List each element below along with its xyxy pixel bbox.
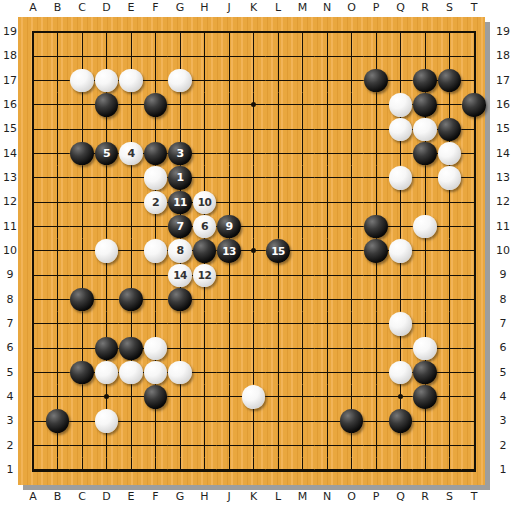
intersection-T6[interactable]	[462, 336, 487, 360]
intersection-C2[interactable]	[70, 433, 95, 457]
intersection-K19[interactable]	[241, 20, 266, 44]
intersection-D18[interactable]	[94, 44, 119, 68]
intersection-K4[interactable]	[241, 385, 266, 409]
intersection-E19[interactable]	[119, 20, 144, 44]
intersection-S10[interactable]	[437, 239, 462, 263]
intersection-B5[interactable]	[45, 360, 70, 384]
intersection-C15[interactable]	[70, 117, 95, 141]
intersection-O17[interactable]	[339, 68, 364, 92]
intersection-K15[interactable]	[241, 117, 266, 141]
intersection-K13[interactable]	[241, 166, 266, 190]
intersection-S5[interactable]	[437, 360, 462, 384]
intersection-S2[interactable]	[437, 433, 462, 457]
intersection-L14[interactable]	[266, 141, 291, 165]
intersection-L4[interactable]	[266, 385, 291, 409]
intersection-N16[interactable]	[315, 93, 340, 117]
intersection-F1[interactable]	[143, 458, 168, 482]
intersection-O9[interactable]	[339, 263, 364, 287]
intersection-B13[interactable]	[45, 166, 70, 190]
intersection-R12[interactable]	[413, 190, 438, 214]
intersection-C10[interactable]	[70, 239, 95, 263]
intersection-P19[interactable]	[364, 20, 389, 44]
intersection-R7[interactable]	[413, 312, 438, 336]
intersection-K11[interactable]	[241, 214, 266, 238]
intersection-J3[interactable]	[217, 409, 242, 433]
intersection-A13[interactable]	[21, 166, 46, 190]
intersection-O19[interactable]	[339, 20, 364, 44]
intersection-E13[interactable]	[119, 166, 144, 190]
intersection-T2[interactable]	[462, 433, 487, 457]
intersection-E12[interactable]	[119, 190, 144, 214]
intersection-O18[interactable]	[339, 44, 364, 68]
intersection-Q6[interactable]	[388, 336, 413, 360]
intersection-T4[interactable]	[462, 385, 487, 409]
intersection-A3[interactable]	[21, 409, 46, 433]
intersection-D12[interactable]	[94, 190, 119, 214]
intersection-N13[interactable]	[315, 166, 340, 190]
intersection-R5[interactable]	[413, 360, 438, 384]
intersection-R8[interactable]	[413, 287, 438, 311]
intersection-J17[interactable]	[217, 68, 242, 92]
intersection-F14[interactable]	[143, 141, 168, 165]
intersection-D2[interactable]	[94, 433, 119, 457]
intersection-B18[interactable]	[45, 44, 70, 68]
intersection-R15[interactable]	[413, 117, 438, 141]
intersection-D9[interactable]	[94, 263, 119, 287]
intersection-D5[interactable]	[94, 360, 119, 384]
intersection-N3[interactable]	[315, 409, 340, 433]
intersection-M1[interactable]	[290, 458, 315, 482]
intersection-J14[interactable]	[217, 141, 242, 165]
intersection-L3[interactable]	[266, 409, 291, 433]
intersection-O11[interactable]	[339, 214, 364, 238]
intersection-F15[interactable]	[143, 117, 168, 141]
intersection-Q13[interactable]	[388, 166, 413, 190]
intersection-G2[interactable]	[168, 433, 193, 457]
intersection-P8[interactable]	[364, 287, 389, 311]
intersection-K5[interactable]	[241, 360, 266, 384]
intersection-A10[interactable]	[21, 239, 46, 263]
intersection-L6[interactable]	[266, 336, 291, 360]
intersection-R4[interactable]	[413, 385, 438, 409]
intersection-H13[interactable]	[192, 166, 217, 190]
intersection-G16[interactable]	[168, 93, 193, 117]
intersection-P11[interactable]	[364, 214, 389, 238]
intersection-A5[interactable]	[21, 360, 46, 384]
intersection-B1[interactable]	[45, 458, 70, 482]
intersection-T1[interactable]	[462, 458, 487, 482]
intersection-H4[interactable]	[192, 385, 217, 409]
intersection-P1[interactable]	[364, 458, 389, 482]
intersection-C17[interactable]	[70, 68, 95, 92]
intersection-O14[interactable]	[339, 141, 364, 165]
intersection-C18[interactable]	[70, 44, 95, 68]
intersection-H6[interactable]	[192, 336, 217, 360]
intersection-J11[interactable]: 9	[217, 214, 242, 238]
intersection-Q5[interactable]	[388, 360, 413, 384]
intersection-C14[interactable]	[70, 141, 95, 165]
intersection-H3[interactable]	[192, 409, 217, 433]
intersection-F9[interactable]	[143, 263, 168, 287]
intersection-A15[interactable]	[21, 117, 46, 141]
intersection-C6[interactable]	[70, 336, 95, 360]
intersection-N17[interactable]	[315, 68, 340, 92]
intersection-C9[interactable]	[70, 263, 95, 287]
intersection-L7[interactable]	[266, 312, 291, 336]
intersection-A11[interactable]	[21, 214, 46, 238]
intersection-T12[interactable]	[462, 190, 487, 214]
intersection-P14[interactable]	[364, 141, 389, 165]
intersection-N8[interactable]	[315, 287, 340, 311]
intersection-N18[interactable]	[315, 44, 340, 68]
intersection-K1[interactable]	[241, 458, 266, 482]
intersection-A14[interactable]	[21, 141, 46, 165]
intersection-B12[interactable]	[45, 190, 70, 214]
intersection-J15[interactable]	[217, 117, 242, 141]
intersection-B10[interactable]	[45, 239, 70, 263]
intersection-G14[interactable]: 3	[168, 141, 193, 165]
intersection-S7[interactable]	[437, 312, 462, 336]
intersection-J16[interactable]	[217, 93, 242, 117]
intersection-O7[interactable]	[339, 312, 364, 336]
intersection-H8[interactable]	[192, 287, 217, 311]
intersection-E8[interactable]	[119, 287, 144, 311]
intersection-T3[interactable]	[462, 409, 487, 433]
intersection-H5[interactable]	[192, 360, 217, 384]
intersection-R9[interactable]	[413, 263, 438, 287]
intersection-N7[interactable]	[315, 312, 340, 336]
intersection-F19[interactable]	[143, 20, 168, 44]
intersection-E6[interactable]	[119, 336, 144, 360]
intersection-S17[interactable]	[437, 68, 462, 92]
intersection-K3[interactable]	[241, 409, 266, 433]
intersection-G8[interactable]	[168, 287, 193, 311]
intersection-Q19[interactable]	[388, 20, 413, 44]
intersection-Q1[interactable]	[388, 458, 413, 482]
intersection-C3[interactable]	[70, 409, 95, 433]
intersection-T7[interactable]	[462, 312, 487, 336]
intersection-D7[interactable]	[94, 312, 119, 336]
intersection-F16[interactable]	[143, 93, 168, 117]
intersection-K9[interactable]	[241, 263, 266, 287]
intersection-H2[interactable]	[192, 433, 217, 457]
intersection-M12[interactable]	[290, 190, 315, 214]
intersection-A6[interactable]	[21, 336, 46, 360]
intersection-S15[interactable]	[437, 117, 462, 141]
intersection-C16[interactable]	[70, 93, 95, 117]
intersection-O5[interactable]	[339, 360, 364, 384]
intersection-H18[interactable]	[192, 44, 217, 68]
intersection-S18[interactable]	[437, 44, 462, 68]
intersection-O10[interactable]	[339, 239, 364, 263]
intersection-P7[interactable]	[364, 312, 389, 336]
intersection-R11[interactable]	[413, 214, 438, 238]
intersection-Q14[interactable]	[388, 141, 413, 165]
intersection-B17[interactable]	[45, 68, 70, 92]
intersection-K16[interactable]	[241, 93, 266, 117]
intersection-N4[interactable]	[315, 385, 340, 409]
intersection-M8[interactable]	[290, 287, 315, 311]
intersection-P3[interactable]	[364, 409, 389, 433]
intersection-M6[interactable]	[290, 336, 315, 360]
intersection-F17[interactable]	[143, 68, 168, 92]
intersection-B19[interactable]	[45, 20, 70, 44]
intersection-N15[interactable]	[315, 117, 340, 141]
intersection-G1[interactable]	[168, 458, 193, 482]
intersection-O8[interactable]	[339, 287, 364, 311]
intersection-O13[interactable]	[339, 166, 364, 190]
intersection-H9[interactable]: 12	[192, 263, 217, 287]
intersection-Q16[interactable]	[388, 93, 413, 117]
intersection-G5[interactable]	[168, 360, 193, 384]
intersection-B7[interactable]	[45, 312, 70, 336]
intersection-T15[interactable]	[462, 117, 487, 141]
intersection-H14[interactable]	[192, 141, 217, 165]
intersection-L1[interactable]	[266, 458, 291, 482]
intersection-B16[interactable]	[45, 93, 70, 117]
intersection-B9[interactable]	[45, 263, 70, 287]
intersection-B6[interactable]	[45, 336, 70, 360]
intersection-M16[interactable]	[290, 93, 315, 117]
intersection-S9[interactable]	[437, 263, 462, 287]
intersection-D10[interactable]	[94, 239, 119, 263]
intersection-L8[interactable]	[266, 287, 291, 311]
intersection-J12[interactable]	[217, 190, 242, 214]
intersection-B2[interactable]	[45, 433, 70, 457]
intersection-J8[interactable]	[217, 287, 242, 311]
intersection-J9[interactable]	[217, 263, 242, 287]
intersection-E2[interactable]	[119, 433, 144, 457]
intersection-R18[interactable]	[413, 44, 438, 68]
intersection-G4[interactable]	[168, 385, 193, 409]
intersection-M2[interactable]	[290, 433, 315, 457]
intersection-F6[interactable]	[143, 336, 168, 360]
intersection-P5[interactable]	[364, 360, 389, 384]
intersection-R19[interactable]	[413, 20, 438, 44]
intersection-Q7[interactable]	[388, 312, 413, 336]
intersection-E1[interactable]	[119, 458, 144, 482]
intersection-M13[interactable]	[290, 166, 315, 190]
intersection-S8[interactable]	[437, 287, 462, 311]
intersection-B8[interactable]	[45, 287, 70, 311]
intersection-N10[interactable]	[315, 239, 340, 263]
intersection-K14[interactable]	[241, 141, 266, 165]
intersection-D1[interactable]	[94, 458, 119, 482]
intersection-E10[interactable]	[119, 239, 144, 263]
intersection-M17[interactable]	[290, 68, 315, 92]
intersection-A19[interactable]	[21, 20, 46, 44]
intersection-M19[interactable]	[290, 20, 315, 44]
intersection-Q2[interactable]	[388, 433, 413, 457]
intersection-L16[interactable]	[266, 93, 291, 117]
intersection-F13[interactable]	[143, 166, 168, 190]
intersection-K18[interactable]	[241, 44, 266, 68]
intersection-M7[interactable]	[290, 312, 315, 336]
intersection-Q9[interactable]	[388, 263, 413, 287]
intersection-L2[interactable]	[266, 433, 291, 457]
intersection-N2[interactable]	[315, 433, 340, 457]
intersection-F7[interactable]	[143, 312, 168, 336]
intersection-P6[interactable]	[364, 336, 389, 360]
intersection-C13[interactable]	[70, 166, 95, 190]
intersection-H1[interactable]	[192, 458, 217, 482]
intersection-E17[interactable]	[119, 68, 144, 92]
intersection-B11[interactable]	[45, 214, 70, 238]
intersection-M14[interactable]	[290, 141, 315, 165]
intersection-A16[interactable]	[21, 93, 46, 117]
intersection-L5[interactable]	[266, 360, 291, 384]
intersection-O3[interactable]	[339, 409, 364, 433]
intersection-S1[interactable]	[437, 458, 462, 482]
intersection-H15[interactable]	[192, 117, 217, 141]
intersection-S16[interactable]	[437, 93, 462, 117]
intersection-J18[interactable]	[217, 44, 242, 68]
intersection-C5[interactable]	[70, 360, 95, 384]
intersection-T8[interactable]	[462, 287, 487, 311]
intersection-M3[interactable]	[290, 409, 315, 433]
intersection-J19[interactable]	[217, 20, 242, 44]
intersection-D13[interactable]	[94, 166, 119, 190]
intersection-F3[interactable]	[143, 409, 168, 433]
intersection-L15[interactable]	[266, 117, 291, 141]
intersection-N12[interactable]	[315, 190, 340, 214]
intersection-C4[interactable]	[70, 385, 95, 409]
intersection-F11[interactable]	[143, 214, 168, 238]
intersection-E9[interactable]	[119, 263, 144, 287]
intersection-A12[interactable]	[21, 190, 46, 214]
intersection-S12[interactable]	[437, 190, 462, 214]
intersection-L12[interactable]	[266, 190, 291, 214]
intersection-P4[interactable]	[364, 385, 389, 409]
intersection-F4[interactable]	[143, 385, 168, 409]
intersection-G3[interactable]	[168, 409, 193, 433]
intersection-J1[interactable]	[217, 458, 242, 482]
intersection-P18[interactable]	[364, 44, 389, 68]
intersection-S14[interactable]	[437, 141, 462, 165]
intersection-B4[interactable]	[45, 385, 70, 409]
intersection-M5[interactable]	[290, 360, 315, 384]
intersection-N9[interactable]	[315, 263, 340, 287]
intersection-K6[interactable]	[241, 336, 266, 360]
intersection-D4[interactable]	[94, 385, 119, 409]
intersection-Q17[interactable]	[388, 68, 413, 92]
intersection-P16[interactable]	[364, 93, 389, 117]
intersection-A7[interactable]	[21, 312, 46, 336]
intersection-E15[interactable]	[119, 117, 144, 141]
intersection-R17[interactable]	[413, 68, 438, 92]
intersection-O1[interactable]	[339, 458, 364, 482]
intersection-Q3[interactable]	[388, 409, 413, 433]
intersection-C19[interactable]	[70, 20, 95, 44]
intersection-G7[interactable]	[168, 312, 193, 336]
intersection-L13[interactable]	[266, 166, 291, 190]
intersection-L19[interactable]	[266, 20, 291, 44]
intersection-K12[interactable]	[241, 190, 266, 214]
intersection-R6[interactable]	[413, 336, 438, 360]
intersection-T19[interactable]	[462, 20, 487, 44]
intersection-B3[interactable]	[45, 409, 70, 433]
intersection-E5[interactable]	[119, 360, 144, 384]
intersection-G13[interactable]: 1	[168, 166, 193, 190]
intersection-T17[interactable]	[462, 68, 487, 92]
intersection-S3[interactable]	[437, 409, 462, 433]
intersection-J7[interactable]	[217, 312, 242, 336]
intersection-M11[interactable]	[290, 214, 315, 238]
intersection-R2[interactable]	[413, 433, 438, 457]
intersection-E4[interactable]	[119, 385, 144, 409]
intersection-D8[interactable]	[94, 287, 119, 311]
intersection-R14[interactable]	[413, 141, 438, 165]
intersection-S6[interactable]	[437, 336, 462, 360]
intersection-A1[interactable]	[21, 458, 46, 482]
intersection-B15[interactable]	[45, 117, 70, 141]
intersection-F5[interactable]	[143, 360, 168, 384]
intersection-A2[interactable]	[21, 433, 46, 457]
intersection-G18[interactable]	[168, 44, 193, 68]
intersection-G15[interactable]	[168, 117, 193, 141]
intersection-L18[interactable]	[266, 44, 291, 68]
intersection-P12[interactable]	[364, 190, 389, 214]
intersection-G11[interactable]: 7	[168, 214, 193, 238]
intersection-J4[interactable]	[217, 385, 242, 409]
intersection-C8[interactable]	[70, 287, 95, 311]
intersection-M15[interactable]	[290, 117, 315, 141]
intersection-K8[interactable]	[241, 287, 266, 311]
intersection-T16[interactable]	[462, 93, 487, 117]
intersection-A9[interactable]	[21, 263, 46, 287]
intersection-Q12[interactable]	[388, 190, 413, 214]
intersection-O16[interactable]	[339, 93, 364, 117]
intersection-F12[interactable]: 2	[143, 190, 168, 214]
intersection-D17[interactable]	[94, 68, 119, 92]
intersection-L10[interactable]: 15	[266, 239, 291, 263]
intersection-G6[interactable]	[168, 336, 193, 360]
intersection-K2[interactable]	[241, 433, 266, 457]
intersection-G12[interactable]: 11	[168, 190, 193, 214]
intersection-O4[interactable]	[339, 385, 364, 409]
intersection-N14[interactable]	[315, 141, 340, 165]
intersection-O6[interactable]	[339, 336, 364, 360]
intersection-K7[interactable]	[241, 312, 266, 336]
intersection-D16[interactable]	[94, 93, 119, 117]
intersection-B14[interactable]	[45, 141, 70, 165]
intersection-S11[interactable]	[437, 214, 462, 238]
intersection-D19[interactable]	[94, 20, 119, 44]
intersection-Q8[interactable]	[388, 287, 413, 311]
intersection-K17[interactable]	[241, 68, 266, 92]
intersection-E18[interactable]	[119, 44, 144, 68]
intersection-D3[interactable]	[94, 409, 119, 433]
intersection-P10[interactable]	[364, 239, 389, 263]
intersection-E11[interactable]	[119, 214, 144, 238]
intersection-Q15[interactable]	[388, 117, 413, 141]
intersection-F18[interactable]	[143, 44, 168, 68]
intersection-H10[interactable]	[192, 239, 217, 263]
intersection-S13[interactable]	[437, 166, 462, 190]
intersection-T5[interactable]	[462, 360, 487, 384]
intersection-R3[interactable]	[413, 409, 438, 433]
intersection-N1[interactable]	[315, 458, 340, 482]
intersection-C12[interactable]	[70, 190, 95, 214]
intersection-P9[interactable]	[364, 263, 389, 287]
intersection-Q4[interactable]	[388, 385, 413, 409]
intersection-O2[interactable]	[339, 433, 364, 457]
intersection-S4[interactable]	[437, 385, 462, 409]
intersection-D15[interactable]	[94, 117, 119, 141]
intersection-H12[interactable]: 10	[192, 190, 217, 214]
intersection-F10[interactable]	[143, 239, 168, 263]
intersection-P17[interactable]	[364, 68, 389, 92]
